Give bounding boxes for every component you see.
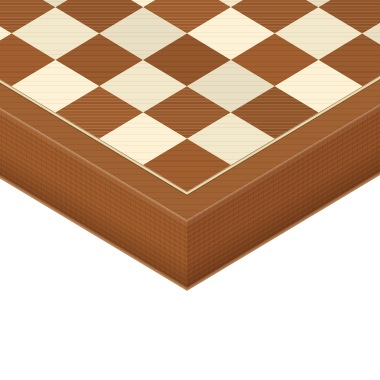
chessboard-photo — [0, 0, 380, 380]
